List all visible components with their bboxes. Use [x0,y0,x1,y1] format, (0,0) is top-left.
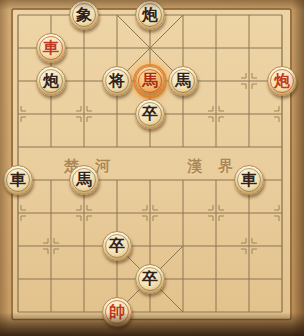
board-cell: 炮 [266,65,299,98]
piece-red-cannon[interactable]: 炮 [267,66,297,96]
board-cell: 車 [233,164,266,197]
board-cell: 馬 [167,65,200,98]
board-cell: 車 [35,32,68,65]
board-cell: 炮 [134,0,167,32]
piece-glyph: 将 [109,73,125,89]
board-cell: 馬 [68,164,101,197]
piece-black-soldier[interactable]: 卒 [102,231,132,261]
piece-glyph: 馬 [175,73,191,89]
piece-black-cannon[interactable]: 炮 [36,66,66,96]
piece-glyph: 車 [43,40,59,56]
piece-black-horse[interactable]: 馬 [69,165,99,195]
piece-glyph: 炮 [274,73,290,89]
board-cell: 馬 [134,65,167,98]
piece-black-elephant[interactable]: 象 [69,0,99,30]
xiangqi-board: 楚河 漢界 象炮車炮将馬馬炮卒車馬車卒卒帥 [0,0,304,336]
piece-black-soldier[interactable]: 卒 [135,264,165,294]
piece-glyph: 帥 [109,304,125,320]
piece-black-cannon[interactable]: 炮 [135,0,165,30]
piece-glyph: 象 [76,7,92,23]
piece-glyph: 車 [10,172,26,188]
piece-glyph: 卒 [109,238,125,254]
board-cell: 象 [68,0,101,32]
piece-glyph: 馬 [142,73,158,89]
board-cell: 帥 [101,296,134,329]
board-cell: 将 [101,65,134,98]
board-cell: 卒 [101,230,134,263]
piece-glyph: 卒 [142,271,158,287]
board-cell: 卒 [134,263,167,296]
piece-red-general[interactable]: 帥 [102,297,132,327]
board-cell: 卒 [134,98,167,131]
piece-black-horse[interactable]: 馬 [168,66,198,96]
piece-black-soldier[interactable]: 卒 [135,99,165,129]
piece-glyph: 炮 [43,73,59,89]
piece-glyph: 馬 [76,172,92,188]
piece-glyph: 車 [241,172,257,188]
piece-black-chariot[interactable]: 車 [234,165,264,195]
piece-glyph: 炮 [142,7,158,23]
piece-black-chariot[interactable]: 車 [3,165,33,195]
board-cell: 炮 [35,65,68,98]
board-cell: 車 [2,164,35,197]
piece-black-general[interactable]: 将 [102,66,132,96]
piece-red-horse[interactable]: 馬 [135,66,165,96]
piece-red-chariot[interactable]: 車 [36,33,66,63]
piece-glyph: 卒 [142,106,158,122]
piece-grid: 象炮車炮将馬馬炮卒車馬車卒卒帥 [2,0,299,329]
